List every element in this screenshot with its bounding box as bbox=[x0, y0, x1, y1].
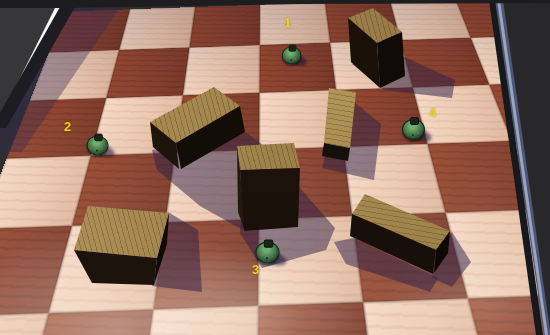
robot-4-label: 4 bbox=[429, 106, 436, 120]
floor-cell bbox=[455, 0, 541, 38]
robot-2 bbox=[87, 133, 110, 158]
floor-cell bbox=[259, 90, 343, 150]
floor-cell bbox=[363, 298, 497, 335]
floor-cell bbox=[165, 150, 259, 223]
floor-cell bbox=[258, 302, 377, 335]
floor-cell bbox=[138, 306, 258, 335]
robot-2-label: 2 bbox=[64, 120, 71, 134]
floor-cell bbox=[489, 82, 550, 141]
floor-cell bbox=[390, 0, 471, 40]
floor-cell bbox=[541, 33, 550, 82]
robot-1-label: 1 bbox=[284, 16, 291, 30]
robot-3 bbox=[255, 238, 280, 265]
floor-cell bbox=[520, 0, 550, 35]
floor-cell bbox=[0, 156, 91, 229]
robot-4-camera bbox=[410, 117, 419, 125]
floor-cell bbox=[352, 213, 468, 302]
floor-cell bbox=[512, 138, 550, 209]
floor-cell bbox=[330, 40, 413, 90]
floor-cell bbox=[0, 226, 72, 317]
floor-cell bbox=[106, 48, 189, 99]
floor-cell bbox=[468, 295, 550, 335]
robot-4 bbox=[402, 116, 426, 142]
floor-cell bbox=[260, 2, 330, 45]
floor-cell bbox=[471, 35, 550, 84]
robot-3-label: 3 bbox=[252, 263, 259, 277]
robot-1 bbox=[282, 44, 302, 66]
floor-cell bbox=[189, 5, 260, 48]
floor-cell bbox=[175, 93, 260, 153]
robot-2-camera bbox=[94, 134, 103, 142]
floor-cell bbox=[0, 313, 49, 335]
arena-floor bbox=[0, 0, 550, 335]
floor-cell bbox=[49, 9, 130, 52]
floor-cell bbox=[119, 7, 195, 50]
floor-cell bbox=[153, 219, 258, 309]
floor-cell bbox=[539, 206, 550, 295]
floor-cell bbox=[30, 50, 120, 101]
floor-cell bbox=[49, 222, 166, 313]
floor-cell bbox=[72, 153, 175, 226]
floor-cell bbox=[183, 45, 260, 95]
floor-cell bbox=[325, 0, 400, 42]
robot-3-camera bbox=[264, 239, 273, 247]
floor-cell bbox=[343, 144, 445, 216]
simulation-viewport[interactable]: 1 2 3 4 bbox=[0, 0, 550, 335]
floor-cell bbox=[427, 141, 538, 213]
floor-cell bbox=[400, 38, 489, 88]
robot-1-camera bbox=[289, 45, 297, 52]
floor-cell bbox=[259, 147, 352, 219]
floor-cell bbox=[445, 209, 550, 298]
floor-cell bbox=[19, 309, 154, 335]
